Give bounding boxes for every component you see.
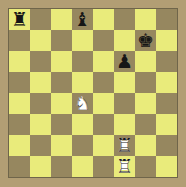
square-b8[interactable] <box>30 9 51 30</box>
square-f5[interactable] <box>114 72 135 93</box>
square-g8[interactable] <box>135 9 156 30</box>
square-a2[interactable] <box>9 135 30 156</box>
square-g7[interactable]: ♚ <box>135 30 156 51</box>
square-h1[interactable] <box>156 156 177 177</box>
square-h4[interactable] <box>156 93 177 114</box>
square-b7[interactable] <box>30 30 51 51</box>
square-c8[interactable] <box>51 9 72 30</box>
square-d8[interactable]: ♝ <box>72 9 93 30</box>
white-knight-icon: ♘ <box>72 93 93 114</box>
square-a4[interactable] <box>9 93 30 114</box>
square-c4[interactable] <box>51 93 72 114</box>
square-d5[interactable] <box>72 72 93 93</box>
black-rook-icon: ♜ <box>9 9 30 30</box>
square-e3[interactable] <box>93 114 114 135</box>
black-king-icon: ♚ <box>135 30 156 51</box>
piece-black-pawn[interactable]: ♟ <box>114 51 135 72</box>
square-f4[interactable] <box>114 93 135 114</box>
square-d1[interactable] <box>72 156 93 177</box>
white-rook-icon: ♖ <box>114 156 135 177</box>
square-b3[interactable] <box>30 114 51 135</box>
piece-black-bishop[interactable]: ♝ <box>72 9 93 30</box>
square-c6[interactable] <box>51 51 72 72</box>
square-e4[interactable] <box>93 93 114 114</box>
square-a6[interactable] <box>9 51 30 72</box>
square-g6[interactable] <box>135 51 156 72</box>
square-h6[interactable] <box>156 51 177 72</box>
square-c7[interactable] <box>51 30 72 51</box>
chess-board-frame: ♜♝♚♟♞♘♜♖♜♖ <box>0 0 186 187</box>
square-h3[interactable] <box>156 114 177 135</box>
piece-white-rook[interactable]: ♜♖ <box>114 135 135 156</box>
square-f8[interactable] <box>114 9 135 30</box>
square-h5[interactable] <box>156 72 177 93</box>
square-f6[interactable]: ♟ <box>114 51 135 72</box>
square-g4[interactable] <box>135 93 156 114</box>
square-g1[interactable] <box>135 156 156 177</box>
square-d3[interactable] <box>72 114 93 135</box>
square-b6[interactable] <box>30 51 51 72</box>
square-a1[interactable] <box>9 156 30 177</box>
piece-white-rook[interactable]: ♜♖ <box>114 156 135 177</box>
square-b4[interactable] <box>30 93 51 114</box>
square-e7[interactable] <box>93 30 114 51</box>
square-g3[interactable] <box>135 114 156 135</box>
black-bishop-icon: ♝ <box>72 9 93 30</box>
square-c2[interactable] <box>51 135 72 156</box>
piece-black-king[interactable]: ♚ <box>135 30 156 51</box>
square-f7[interactable] <box>114 30 135 51</box>
square-h7[interactable] <box>156 30 177 51</box>
square-f2[interactable]: ♜♖ <box>114 135 135 156</box>
square-e2[interactable] <box>93 135 114 156</box>
square-a7[interactable] <box>9 30 30 51</box>
square-d4[interactable]: ♞♘ <box>72 93 93 114</box>
square-d7[interactable] <box>72 30 93 51</box>
square-e8[interactable] <box>93 9 114 30</box>
chess-board: ♜♝♚♟♞♘♜♖♜♖ <box>8 8 178 178</box>
square-b5[interactable] <box>30 72 51 93</box>
square-h2[interactable] <box>156 135 177 156</box>
piece-white-knight[interactable]: ♞♘ <box>72 93 93 114</box>
square-b2[interactable] <box>30 135 51 156</box>
square-c5[interactable] <box>51 72 72 93</box>
square-f3[interactable] <box>114 114 135 135</box>
square-f1[interactable]: ♜♖ <box>114 156 135 177</box>
square-e1[interactable] <box>93 156 114 177</box>
square-d2[interactable] <box>72 135 93 156</box>
square-a3[interactable] <box>9 114 30 135</box>
square-e6[interactable] <box>93 51 114 72</box>
square-c3[interactable] <box>51 114 72 135</box>
square-a8[interactable]: ♜ <box>9 9 30 30</box>
square-h8[interactable] <box>156 9 177 30</box>
square-b1[interactable] <box>30 156 51 177</box>
square-e5[interactable] <box>93 72 114 93</box>
white-rook-icon: ♖ <box>114 135 135 156</box>
black-pawn-icon: ♟ <box>114 51 135 72</box>
piece-black-rook[interactable]: ♜ <box>9 9 30 30</box>
square-g2[interactable] <box>135 135 156 156</box>
square-g5[interactable] <box>135 72 156 93</box>
square-d6[interactable] <box>72 51 93 72</box>
square-a5[interactable] <box>9 72 30 93</box>
square-c1[interactable] <box>51 156 72 177</box>
